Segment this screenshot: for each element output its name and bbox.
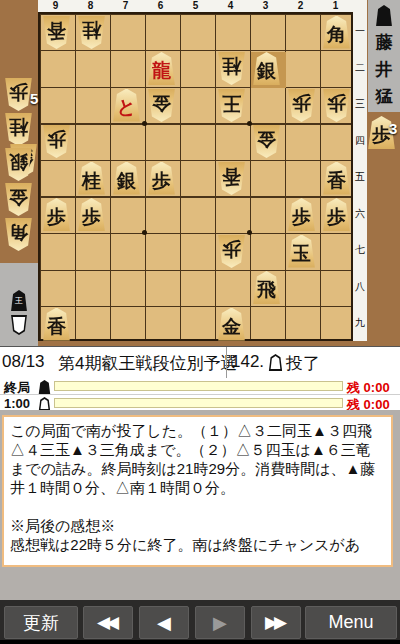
file-label-9: 9 bbox=[38, 0, 73, 12]
gote-歩-piece: 歩 bbox=[216, 235, 247, 268]
star-point bbox=[247, 230, 252, 235]
gote-桂-piece: 桂 bbox=[76, 16, 107, 49]
rewind-button[interactable]: ◀◀ bbox=[83, 606, 133, 639]
sente-桂-piece: 桂 bbox=[76, 162, 107, 195]
shogi-app-screen: 一二三四五六七八九 香桂角龍桂銀と金王歩歩歩金桂銀歩香香歩歩歩歩歩玉飛金香 歩5… bbox=[0, 0, 400, 644]
side-marker-box: 王 bbox=[0, 263, 38, 346]
clock-row-gote: 1:00 残 0:00 bbox=[0, 395, 400, 411]
sente-飛-piece: 飛 bbox=[251, 271, 282, 304]
rank-label-6: 六 bbox=[353, 207, 367, 221]
sente-龍-piece: 龍 bbox=[146, 52, 177, 85]
file-label-2: 2 bbox=[283, 0, 318, 12]
file-label-7: 7 bbox=[108, 0, 143, 12]
sente-香-piece: 香 bbox=[41, 308, 72, 341]
move-text: 投了 bbox=[286, 352, 320, 375]
player-name-char: 猛 bbox=[368, 85, 400, 108]
file-label-3: 3 bbox=[248, 0, 283, 12]
gote-time-bar bbox=[54, 398, 343, 408]
sente-piece-icon-glyph: 王 bbox=[15, 297, 23, 305]
star-point bbox=[247, 121, 252, 126]
rank-label-2: 二 bbox=[353, 61, 367, 75]
sente-歩-piece: 歩 bbox=[286, 198, 317, 231]
player-name-char: 藤 bbox=[368, 31, 400, 54]
shogi-board: 香桂角龍桂銀と金王歩歩歩金桂銀歩香香歩歩歩歩歩玉飛金香 bbox=[38, 12, 353, 341]
gote-move-icon-fill bbox=[270, 356, 281, 369]
gote-王-piece: 王 bbox=[216, 89, 247, 122]
gote-clock-icon bbox=[38, 397, 51, 411]
file-label-4: 4 bbox=[213, 0, 248, 12]
gote-銀-piece: 銀 bbox=[3, 148, 34, 181]
rank-label-1: 一 bbox=[353, 24, 367, 38]
gote-桂-piece: 桂 bbox=[216, 52, 247, 85]
gote-角-piece: 角 bbox=[3, 218, 34, 251]
move-number: 142. bbox=[231, 352, 264, 372]
sente-mark-icon bbox=[375, 5, 393, 26]
gote-歩-piece: 歩 bbox=[321, 89, 352, 122]
sente-clock-icon bbox=[38, 380, 51, 394]
sente-金-piece: 金 bbox=[216, 308, 247, 341]
sente-角-piece: 角 bbox=[321, 16, 352, 49]
clock-row-sente: 終局 残 0:00 bbox=[0, 378, 400, 394]
gote-piece-icon-fill bbox=[12, 317, 26, 333]
gote-香-piece: 香 bbox=[216, 162, 247, 195]
header-divider bbox=[226, 347, 227, 378]
gote-歩-piece: 歩 bbox=[41, 125, 72, 158]
sente-time-bar bbox=[54, 381, 343, 391]
sente-歩-piece: 歩 bbox=[321, 198, 352, 231]
rank-label-5: 五 bbox=[353, 170, 367, 184]
game-info-header: 08/13 第4期叡王戦段位別予選 142. 投了 bbox=[0, 346, 400, 378]
rank-label-8: 八 bbox=[353, 280, 367, 294]
rank-label-4: 四 bbox=[353, 134, 367, 148]
commentary-zone: この局面で南が投了した。（１）△３二同玉▲３四飛△４三玉▲３三角成まで。（２）△… bbox=[0, 410, 400, 600]
player-name-char: 井 bbox=[368, 58, 400, 81]
file-label-6: 6 bbox=[143, 0, 178, 12]
rank-label-7: 七 bbox=[353, 243, 367, 257]
file-label-5: 5 bbox=[178, 0, 213, 12]
gote-hand-count-歩: 5 bbox=[30, 90, 38, 107]
gote-金-piece: 金 bbox=[251, 125, 282, 158]
rank-label-3: 三 bbox=[353, 97, 367, 111]
gote-clock-label: 1:00 bbox=[4, 396, 30, 411]
sente-銀-piece: 銀 bbox=[111, 162, 142, 195]
bottom-toolbar: 更新 ◀◀◀▶▶▶ Menu bbox=[0, 600, 400, 644]
sente-hand-count-歩: 3 bbox=[389, 120, 397, 137]
gote-金-piece: 金 bbox=[3, 183, 34, 216]
file-label-1: 1 bbox=[318, 0, 353, 12]
event-name: 第4期叡王戦段位別予選 bbox=[58, 352, 237, 375]
gote-piece-icon bbox=[10, 315, 28, 335]
star-point bbox=[142, 230, 147, 235]
rank-label-9: 九 bbox=[353, 316, 367, 330]
sente-と-piece: と bbox=[111, 89, 142, 122]
sente-玉-piece: 玉 bbox=[286, 235, 317, 268]
star-point bbox=[142, 121, 147, 126]
sente-香-piece: 香 bbox=[321, 162, 352, 195]
forward-button[interactable]: ▶▶ bbox=[251, 606, 301, 639]
gote-香-piece: 香 bbox=[41, 16, 72, 49]
game-date: 08/13 bbox=[2, 352, 45, 372]
next-button[interactable]: ▶ bbox=[195, 606, 245, 639]
commentary-text[interactable]: この局面で南が投了した。（１）△３二同玉▲３四飛△４三玉▲３三角成まで。（２）△… bbox=[2, 415, 393, 567]
update-button[interactable]: 更新 bbox=[4, 606, 78, 639]
gote-金-piece: 金 bbox=[146, 89, 177, 122]
gote-move-icon bbox=[268, 354, 283, 371]
menu-button[interactable]: Menu bbox=[305, 606, 397, 639]
file-label-8: 8 bbox=[73, 0, 108, 12]
prev-button[interactable]: ◀ bbox=[139, 606, 189, 639]
sente-piece-icon: 王 bbox=[10, 290, 28, 311]
sente-歩-piece: 歩 bbox=[41, 198, 72, 231]
sente-歩-piece: 歩 bbox=[76, 198, 107, 231]
sente-歩-piece: 歩 bbox=[146, 162, 177, 195]
gote-桂-piece: 桂 bbox=[3, 113, 34, 146]
gote-clock-icon-fill bbox=[40, 399, 49, 409]
gote-歩-piece: 歩 bbox=[286, 89, 317, 122]
